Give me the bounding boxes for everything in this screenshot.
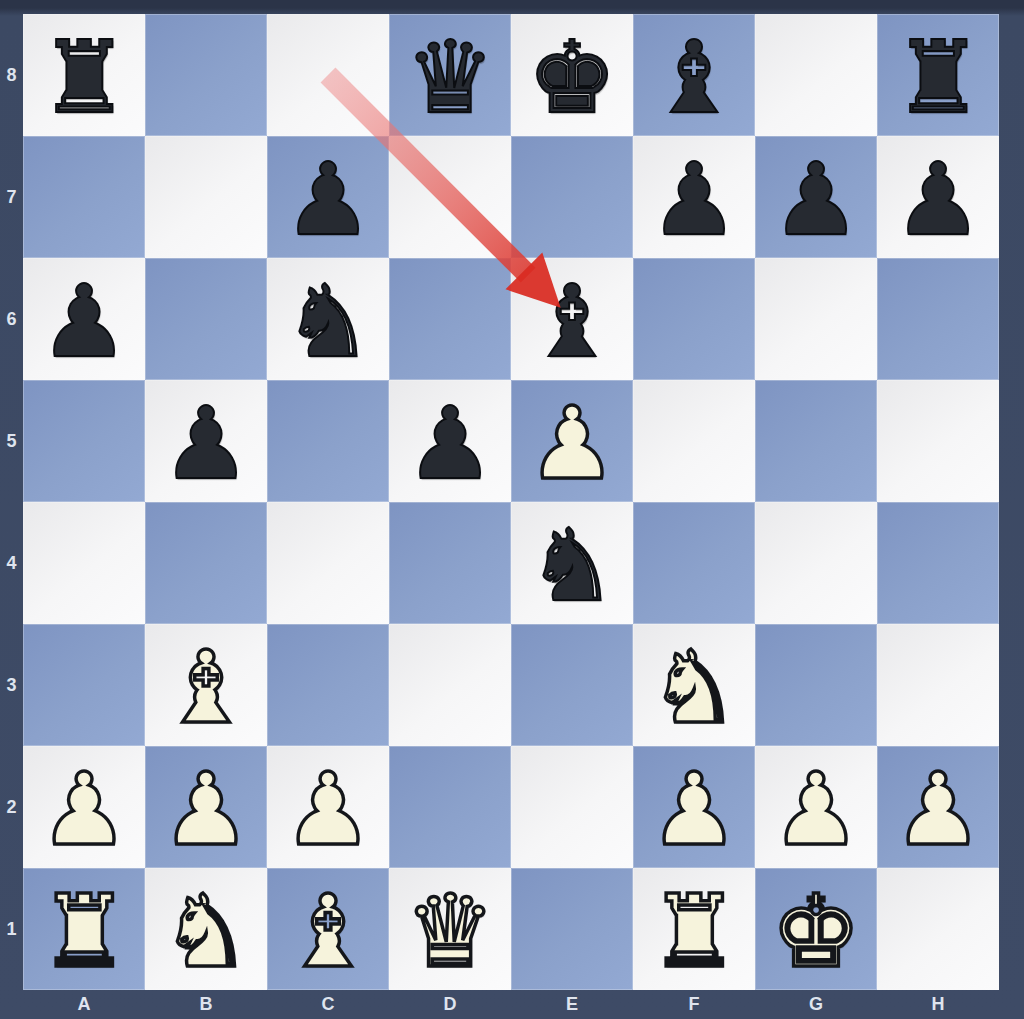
square-a7[interactable] [23,136,145,258]
square-d2[interactable] [389,746,511,868]
piece-black-pawn: ♟ [633,136,755,258]
square-f1[interactable]: ♜ [633,868,755,990]
piece-black-rook: ♜ [877,14,999,136]
square-b1[interactable]: ♞ [145,868,267,990]
file-label-g: G [755,990,877,1019]
square-h2[interactable]: ♟ [877,746,999,868]
piece-white-bishop: ♝ [145,624,267,746]
chess-board: ♜♛♚♝♜♟♟♟♟♟♞♝♟♟♟♞♝♞♟♟♟♟♟♟♜♞♝♛♜♚ [23,14,999,990]
square-e2[interactable] [511,746,633,868]
square-c6[interactable]: ♞ [267,258,389,380]
square-e3[interactable] [511,624,633,746]
piece-black-pawn: ♟ [23,258,145,380]
square-g3[interactable] [755,624,877,746]
square-d7[interactable] [389,136,511,258]
file-label-c: C [267,990,389,1019]
piece-white-knight: ♞ [633,624,755,746]
square-f8[interactable]: ♝ [633,14,755,136]
piece-white-pawn: ♟ [267,746,389,868]
rank-label-8: 8 [0,14,23,136]
piece-white-knight: ♞ [145,868,267,990]
square-b6[interactable] [145,258,267,380]
piece-white-pawn: ♟ [511,380,633,502]
square-g2[interactable]: ♟ [755,746,877,868]
square-b5[interactable]: ♟ [145,380,267,502]
square-f4[interactable] [633,502,755,624]
file-labels: ABCDEFGH [23,990,999,1019]
piece-black-pawn: ♟ [145,380,267,502]
square-g6[interactable] [755,258,877,380]
piece-white-pawn: ♟ [755,746,877,868]
rank-label-3: 3 [0,624,23,746]
piece-white-rook: ♜ [633,868,755,990]
square-b3[interactable]: ♝ [145,624,267,746]
file-label-a: A [23,990,145,1019]
piece-white-queen: ♛ [389,868,511,990]
piece-black-knight: ♞ [511,502,633,624]
piece-white-rook: ♜ [23,868,145,990]
square-h6[interactable] [877,258,999,380]
square-e5[interactable]: ♟ [511,380,633,502]
square-c3[interactable] [267,624,389,746]
square-b2[interactable]: ♟ [145,746,267,868]
piece-white-pawn: ♟ [23,746,145,868]
piece-black-bishop: ♝ [511,258,633,380]
square-d3[interactable] [389,624,511,746]
piece-black-bishop: ♝ [633,14,755,136]
square-c2[interactable]: ♟ [267,746,389,868]
rank-label-1: 1 [0,868,23,990]
rank-label-5: 5 [0,380,23,502]
file-label-b: B [145,990,267,1019]
piece-black-king: ♚ [511,14,633,136]
rank-label-4: 4 [0,502,23,624]
square-h7[interactable]: ♟ [877,136,999,258]
piece-black-pawn: ♟ [755,136,877,258]
square-c8[interactable] [267,14,389,136]
piece-black-queen: ♛ [389,14,511,136]
square-b8[interactable] [145,14,267,136]
rank-label-7: 7 [0,136,23,258]
square-a6[interactable]: ♟ [23,258,145,380]
square-g1[interactable]: ♚ [755,868,877,990]
piece-black-pawn: ♟ [389,380,511,502]
square-g8[interactable] [755,14,877,136]
square-d5[interactable]: ♟ [389,380,511,502]
square-h8[interactable]: ♜ [877,14,999,136]
square-e8[interactable]: ♚ [511,14,633,136]
square-a2[interactable]: ♟ [23,746,145,868]
square-d8[interactable]: ♛ [389,14,511,136]
square-b4[interactable] [145,502,267,624]
rank-label-2: 2 [0,746,23,868]
square-c4[interactable] [267,502,389,624]
file-label-h: H [877,990,999,1019]
file-label-d: D [389,990,511,1019]
square-b7[interactable] [145,136,267,258]
square-a3[interactable] [23,624,145,746]
square-a8[interactable]: ♜ [23,14,145,136]
square-e6[interactable]: ♝ [511,258,633,380]
piece-white-pawn: ♟ [145,746,267,868]
square-f5[interactable] [633,380,755,502]
square-e1[interactable] [511,868,633,990]
square-c7[interactable]: ♟ [267,136,389,258]
square-g7[interactable]: ♟ [755,136,877,258]
square-a4[interactable] [23,502,145,624]
square-h3[interactable] [877,624,999,746]
piece-black-rook: ♜ [23,14,145,136]
square-a1[interactable]: ♜ [23,868,145,990]
file-label-f: F [633,990,755,1019]
square-g5[interactable] [755,380,877,502]
square-f6[interactable] [633,258,755,380]
square-g4[interactable] [755,502,877,624]
piece-black-pawn: ♟ [267,136,389,258]
square-c5[interactable] [267,380,389,502]
square-f7[interactable]: ♟ [633,136,755,258]
square-f2[interactable]: ♟ [633,746,755,868]
chess-board-container: 87654321 ♜♛♚♝♜♟♟♟♟♟♞♝♟♟♟♞♝♞♟♟♟♟♟♟♜♞♝♛♜♚ … [0,0,1024,1019]
square-a5[interactable] [23,380,145,502]
piece-black-knight: ♞ [267,258,389,380]
piece-white-king: ♚ [755,868,877,990]
rank-labels: 87654321 [0,14,23,990]
square-h4[interactable] [877,502,999,624]
rank-label-6: 6 [0,258,23,380]
square-f3[interactable]: ♞ [633,624,755,746]
square-d4[interactable] [389,502,511,624]
square-h1[interactable] [877,868,999,990]
square-d6[interactable] [389,258,511,380]
square-e7[interactable] [511,136,633,258]
piece-white-pawn: ♟ [877,746,999,868]
square-e4[interactable]: ♞ [511,502,633,624]
piece-black-pawn: ♟ [877,136,999,258]
file-label-e: E [511,990,633,1019]
piece-white-pawn: ♟ [633,746,755,868]
square-d1[interactable]: ♛ [389,868,511,990]
piece-white-bishop: ♝ [267,868,389,990]
square-c1[interactable]: ♝ [267,868,389,990]
square-h5[interactable] [877,380,999,502]
